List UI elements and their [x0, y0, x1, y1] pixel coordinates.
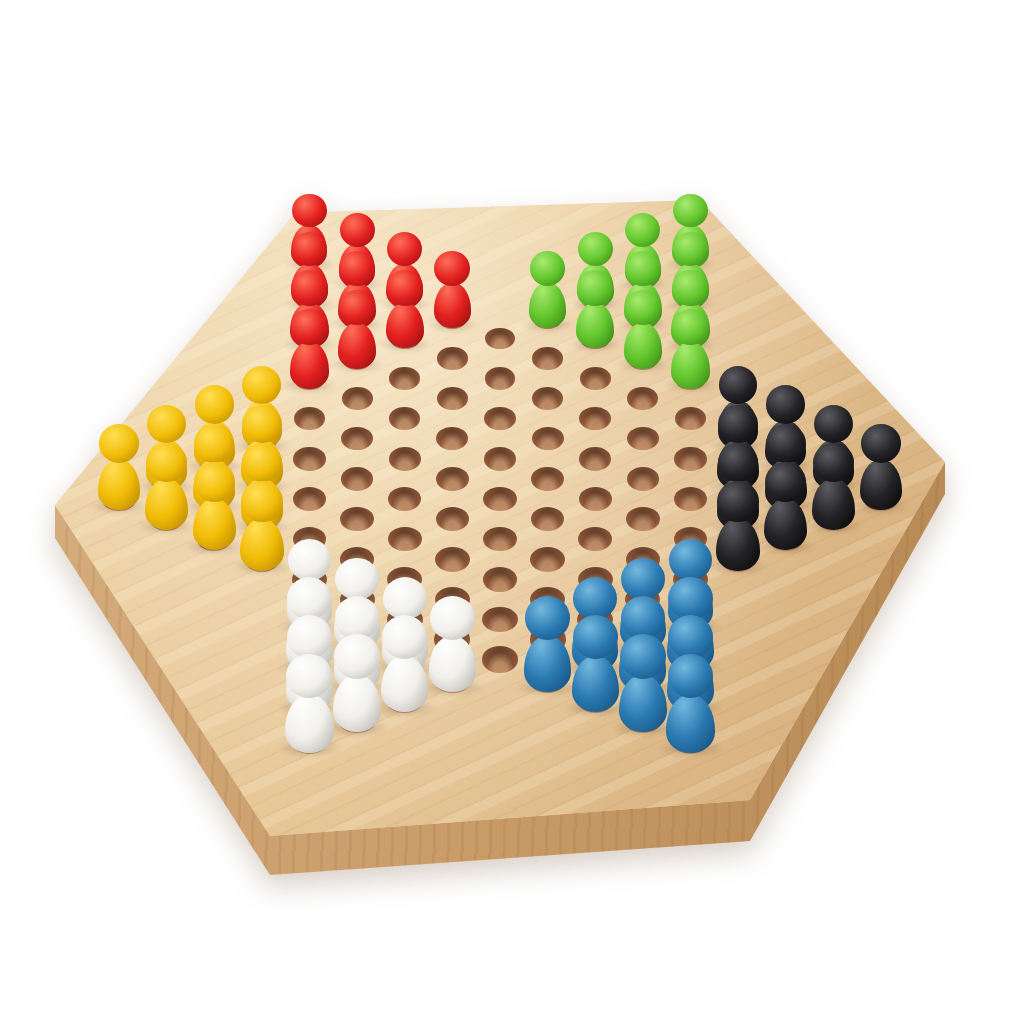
peg-yellow[interactable] — [143, 443, 190, 530]
peg-body — [240, 519, 284, 571]
hole[interactable] — [388, 527, 422, 552]
peg-red[interactable] — [384, 270, 426, 348]
peg-head — [335, 558, 379, 600]
peg-body — [338, 323, 377, 369]
peg-green[interactable] — [669, 309, 712, 389]
peg-body — [671, 342, 710, 389]
peg-yellow[interactable] — [96, 424, 142, 510]
peg-head — [719, 366, 758, 404]
peg-green[interactable] — [527, 251, 568, 328]
hole[interactable] — [389, 367, 420, 389]
peg-body — [624, 323, 663, 369]
peg-head — [339, 251, 375, 286]
hole[interactable] — [293, 447, 325, 471]
hole[interactable] — [675, 407, 707, 430]
peg-body — [285, 695, 333, 752]
peg-body — [529, 283, 567, 328]
peg-head — [340, 213, 375, 247]
peg-head — [672, 309, 709, 345]
peg-red[interactable] — [288, 309, 331, 389]
peg-head — [387, 270, 423, 305]
hole[interactable] — [532, 347, 562, 369]
peg-head — [383, 577, 427, 620]
hole[interactable] — [340, 507, 374, 531]
peg-green[interactable] — [574, 270, 616, 348]
peg-white[interactable] — [331, 634, 383, 732]
hole[interactable] — [579, 487, 612, 511]
hole[interactable] — [532, 427, 564, 450]
peg-blue[interactable] — [664, 654, 717, 753]
peg-head — [430, 596, 475, 639]
hole[interactable] — [293, 487, 326, 511]
peg-body — [434, 283, 472, 328]
peg-body — [764, 499, 807, 550]
peg-head — [335, 596, 380, 639]
hole[interactable] — [674, 447, 706, 471]
peg-head — [573, 615, 618, 659]
peg-body — [333, 675, 381, 732]
peg-head — [195, 385, 234, 423]
hole[interactable] — [483, 567, 518, 592]
peg-body — [666, 695, 714, 752]
peg-head — [765, 462, 806, 502]
peg-head — [147, 405, 187, 444]
hole[interactable] — [627, 467, 660, 491]
peg-head — [382, 615, 427, 659]
peg-head — [577, 270, 613, 305]
peg-head — [242, 443, 283, 483]
peg-white[interactable] — [283, 654, 336, 753]
hole[interactable] — [578, 527, 612, 552]
hole[interactable] — [530, 547, 564, 572]
hole[interactable] — [341, 427, 373, 450]
peg-head — [625, 251, 661, 286]
hole[interactable] — [389, 447, 421, 471]
peg-head — [578, 232, 613, 266]
peg-body — [619, 675, 667, 732]
peg-head — [672, 270, 708, 305]
peg-body — [193, 499, 236, 550]
peg-head — [242, 366, 281, 404]
peg-black[interactable] — [810, 443, 857, 530]
peg-head — [813, 443, 854, 483]
hole[interactable] — [485, 367, 516, 389]
peg-head — [241, 481, 283, 522]
peg-head — [717, 481, 759, 522]
hole[interactable] — [485, 328, 515, 350]
hole[interactable] — [626, 507, 660, 531]
peg-head — [621, 596, 666, 639]
hole[interactable] — [435, 547, 469, 572]
hole[interactable] — [531, 507, 565, 531]
peg-head — [530, 251, 566, 286]
hole[interactable] — [484, 407, 516, 430]
peg-blue[interactable] — [617, 634, 669, 732]
peg-yellow[interactable] — [191, 462, 238, 550]
hole[interactable] — [579, 447, 611, 471]
peg-head — [718, 443, 759, 483]
peg-head — [766, 385, 805, 423]
hole[interactable] — [627, 427, 659, 450]
peg-head — [861, 424, 901, 463]
hole[interactable] — [483, 527, 517, 552]
peg-head — [242, 405, 282, 444]
hole[interactable] — [532, 387, 563, 410]
peg-head — [766, 424, 806, 463]
peg-body — [429, 636, 476, 692]
peg-head — [673, 194, 707, 227]
hole[interactable] — [437, 387, 468, 410]
peg-head — [814, 405, 854, 444]
peg-body — [381, 656, 428, 712]
hole[interactable] — [388, 487, 421, 511]
peg-head — [292, 232, 327, 266]
hole[interactable] — [294, 407, 326, 430]
peg-blue[interactable] — [522, 596, 573, 692]
peg-body — [716, 519, 760, 571]
peg-head — [286, 654, 332, 699]
hole[interactable] — [627, 387, 658, 410]
hole[interactable] — [531, 467, 564, 491]
peg-head — [669, 539, 712, 581]
peg-red[interactable] — [432, 251, 473, 328]
peg-body — [524, 636, 571, 692]
peg-head — [620, 634, 666, 678]
peg-head — [668, 615, 713, 659]
peg-head — [718, 405, 758, 444]
hole[interactable] — [436, 507, 470, 531]
hole[interactable] — [482, 646, 518, 672]
peg-head — [146, 443, 187, 483]
hole[interactable] — [436, 467, 469, 491]
peg-head — [668, 654, 714, 699]
peg-head — [339, 290, 376, 326]
peg-head — [287, 577, 331, 620]
peg-black[interactable] — [714, 481, 762, 570]
hole[interactable] — [483, 487, 516, 511]
peg-head — [673, 232, 708, 266]
board — [0, 0, 1010, 1010]
hole[interactable] — [579, 407, 611, 430]
peg-body — [812, 479, 855, 530]
hole[interactable] — [436, 427, 468, 450]
hole[interactable] — [482, 607, 518, 633]
peg-black[interactable] — [762, 462, 809, 550]
peg-head — [625, 213, 660, 247]
peg-head — [387, 232, 422, 266]
peg-black[interactable] — [858, 424, 904, 510]
peg-body — [576, 303, 614, 348]
peg-head — [292, 194, 326, 227]
peg-body — [860, 460, 902, 510]
peg-head — [334, 634, 380, 678]
peg-body — [290, 342, 329, 389]
peg-green[interactable] — [622, 290, 664, 369]
cells-layer — [0, 0, 1010, 1010]
peg-head — [668, 577, 712, 620]
peg-body — [572, 656, 619, 712]
peg-head — [194, 462, 235, 502]
peg-blue[interactable] — [569, 615, 621, 712]
peg-white[interactable] — [427, 596, 478, 692]
peg-head — [291, 270, 327, 305]
hole[interactable] — [342, 387, 373, 410]
peg-body — [386, 303, 424, 348]
peg-body — [145, 479, 188, 530]
hole[interactable] — [389, 407, 421, 430]
peg-head — [625, 290, 662, 326]
peg-head — [287, 615, 332, 659]
peg-white[interactable] — [379, 615, 431, 712]
peg-head — [288, 539, 331, 581]
peg-yellow[interactable] — [238, 481, 286, 570]
peg-red[interactable] — [336, 290, 378, 369]
peg-head — [621, 558, 665, 600]
peg-head — [434, 251, 470, 286]
peg-head — [291, 309, 328, 345]
peg-head — [194, 424, 234, 463]
peg-head — [525, 596, 570, 639]
hole[interactable] — [674, 487, 707, 511]
hole[interactable] — [484, 447, 516, 471]
hole[interactable] — [580, 367, 611, 389]
hole[interactable] — [341, 467, 374, 491]
peg-body — [98, 460, 140, 510]
peg-head — [99, 424, 139, 463]
hole[interactable] — [437, 347, 467, 369]
peg-head — [573, 577, 617, 620]
scene — [0, 0, 1010, 1010]
